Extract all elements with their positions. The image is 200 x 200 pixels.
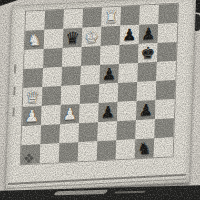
square-h8 <box>158 4 178 24</box>
square-h5 <box>156 61 176 81</box>
board-grid: ♜♞♛♚♟♟♚♟♛♟♟♟♟♞ <box>21 4 178 164</box>
square-c6 <box>62 47 82 67</box>
square-c7: ♛ <box>63 28 83 48</box>
side-mark <box>12 108 14 117</box>
square-f5 <box>118 63 138 83</box>
square-f2 <box>116 120 136 140</box>
white-pawn: ♟ <box>22 106 42 126</box>
square-f8 <box>120 6 140 26</box>
square-f7: ♟ <box>120 25 140 45</box>
corner-emblem-icon: ❖ <box>19 148 40 169</box>
square-e5: ♟ <box>99 64 119 84</box>
square-a3: ♟ <box>22 106 42 126</box>
square-d4 <box>80 84 100 104</box>
square-a8 <box>25 11 45 31</box>
square-e3: ♟ <box>98 102 118 122</box>
square-b8 <box>44 10 64 30</box>
square-c1 <box>59 142 79 162</box>
square-g3: ♟ <box>136 100 156 120</box>
square-a6 <box>24 49 44 69</box>
chessboard: ♜♞♛♚♟♟♚♟♛♟♟♟♟♞ ❖ <box>5 0 196 192</box>
square-e7 <box>101 26 121 46</box>
square-d1 <box>78 141 98 161</box>
white-king: ♚ <box>82 27 102 47</box>
black-pawn: ♟ <box>98 102 118 122</box>
square-d7: ♚ <box>82 27 102 47</box>
square-c2 <box>59 123 79 143</box>
square-h6 <box>157 42 177 62</box>
square-b3 <box>41 105 61 125</box>
square-h7 <box>158 23 178 43</box>
square-f6 <box>119 44 139 64</box>
photo-background: ♜♞♛♚♟♟♚♟♛♟♟♟♟♞ ❖ <box>0 0 200 200</box>
black-pawn: ♟ <box>136 100 156 120</box>
square-h4 <box>156 80 176 100</box>
square-e6 <box>100 45 120 65</box>
square-b6 <box>43 48 63 68</box>
square-h2 <box>154 118 174 138</box>
square-a4: ♛ <box>23 87 43 107</box>
square-f4 <box>118 82 138 102</box>
square-h3 <box>155 99 175 119</box>
square-a7: ♞ <box>25 30 45 50</box>
square-c5 <box>61 66 81 86</box>
white-rook: ♜ <box>101 7 121 27</box>
board-side-markings <box>12 64 18 116</box>
square-b4 <box>42 86 62 106</box>
square-g7: ♟ <box>139 24 159 44</box>
square-g2 <box>135 119 155 139</box>
square-c8 <box>63 9 83 29</box>
square-g5 <box>137 62 157 82</box>
table-edge-highlight <box>54 190 109 196</box>
square-g8 <box>139 5 159 25</box>
black-pawn: ♟ <box>139 24 159 44</box>
square-d6 <box>81 46 101 66</box>
square-c4 <box>61 85 81 105</box>
square-h1 <box>154 137 174 157</box>
square-b2 <box>40 124 60 144</box>
square-e4 <box>99 83 119 103</box>
square-b7 <box>44 29 64 49</box>
square-a2 <box>21 125 41 145</box>
square-f1 <box>116 139 136 159</box>
side-mark <box>14 64 16 73</box>
square-e8: ♜ <box>101 7 121 27</box>
square-e2 <box>97 121 117 141</box>
black-pawn: ♟ <box>120 25 140 45</box>
square-e1 <box>97 140 117 160</box>
white-pawn: ♟ <box>60 104 80 124</box>
square-d8 <box>82 8 102 28</box>
black-knight: ♞ <box>135 138 155 158</box>
white-queen: ♛ <box>23 87 43 107</box>
square-b5 <box>42 67 62 87</box>
square-a5 <box>23 68 43 88</box>
table-edge-highlight-2 <box>114 191 145 194</box>
square-g4 <box>137 81 157 101</box>
square-g6: ♚ <box>138 43 158 63</box>
square-c3: ♟ <box>60 104 80 124</box>
side-mark <box>13 86 15 95</box>
black-queen: ♛ <box>63 28 83 48</box>
square-d2 <box>78 122 98 142</box>
square-d3 <box>79 103 99 123</box>
square-g1: ♞ <box>135 138 155 158</box>
black-king: ♚ <box>138 43 158 63</box>
square-b1 <box>40 143 60 163</box>
square-f3 <box>117 101 137 121</box>
white-knight: ♞ <box>25 30 45 50</box>
black-pawn: ♟ <box>99 64 119 84</box>
square-d5 <box>80 65 100 85</box>
